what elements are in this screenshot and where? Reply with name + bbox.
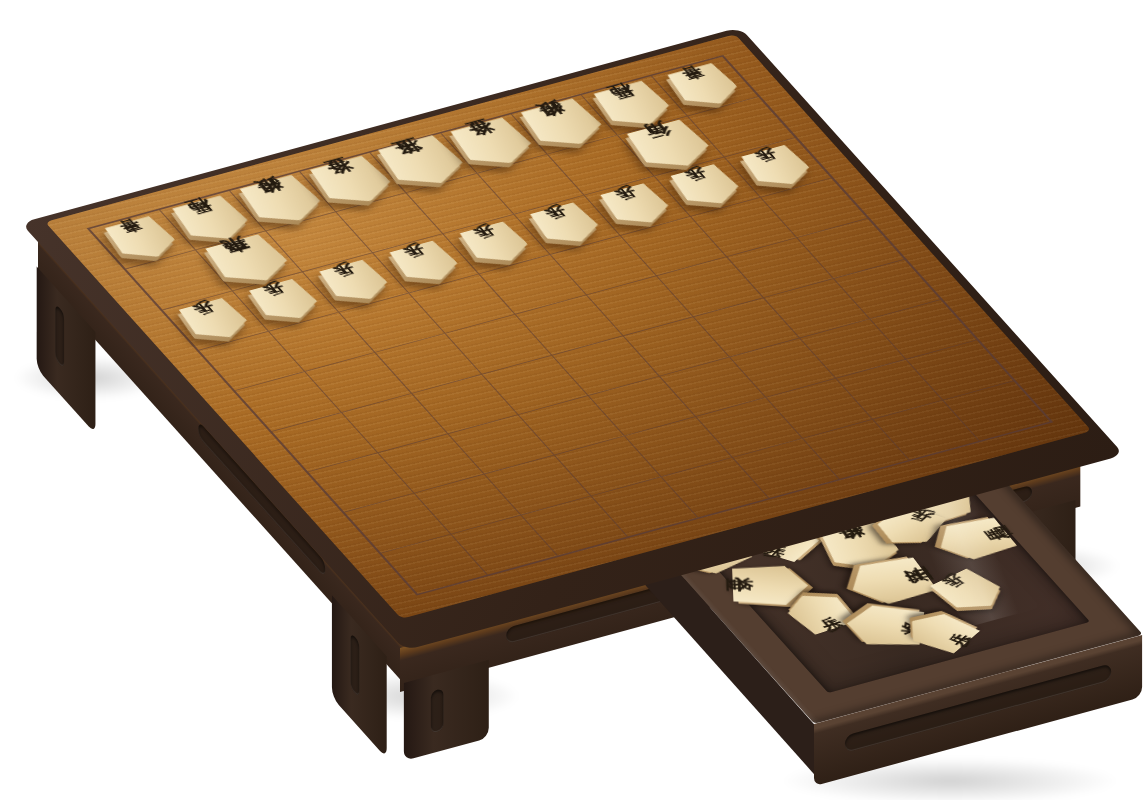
routed-groove bbox=[55, 303, 64, 369]
shogi-piece-P: 歩兵 bbox=[927, 567, 1013, 616]
piece-kanji: 歩兵 bbox=[927, 567, 1013, 616]
stand-leg bbox=[404, 660, 489, 761]
routed-groove bbox=[351, 632, 360, 698]
product-photo-shogi-set: 歩兵歩兵桂馬香車飛車歩兵角行銀将歩兵桂馬金将王将歩兵金将歩兵歩兵 香車桂馬銀将金… bbox=[0, 0, 1144, 800]
routed-groove bbox=[431, 688, 444, 733]
